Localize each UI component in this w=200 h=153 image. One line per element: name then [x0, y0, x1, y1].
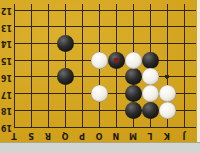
white-stone-K18[interactable] — [159, 102, 176, 119]
go-board[interactable]: 1213141516171819TSRQPONMLKJ — [0, 0, 200, 153]
column-label-L: L — [144, 131, 156, 139]
row-label-18: 18 — [0, 106, 13, 114]
row-label-16: 16 — [0, 73, 13, 81]
row-label-15: 15 — [0, 56, 13, 64]
column-label-O: O — [93, 131, 105, 139]
black-stone-M17[interactable] — [125, 85, 142, 102]
window-edge-bottom — [0, 142, 200, 153]
white-stone-L16[interactable] — [142, 68, 159, 85]
column-label-M: M — [127, 131, 139, 139]
row-label-17: 17 — [0, 90, 13, 98]
go-board-screen: 1213141516171819TSRQPONMLKJ — [0, 0, 200, 153]
last-move-marker — [114, 58, 119, 63]
column-label-P: P — [76, 131, 88, 139]
white-stone-L17[interactable] — [142, 85, 159, 102]
row-label-13: 13 — [0, 23, 13, 31]
white-stone-K17[interactable] — [159, 85, 176, 102]
row-label-12: 12 — [0, 6, 13, 14]
star-point — [165, 75, 169, 79]
white-stone-M15[interactable] — [125, 52, 142, 69]
column-label-T: T — [8, 131, 20, 139]
black-stone-L18[interactable] — [142, 102, 159, 119]
column-label-N: N — [110, 131, 122, 139]
black-stone-Q16[interactable] — [57, 68, 74, 85]
black-stone-Q14[interactable] — [57, 35, 74, 52]
row-label-19: 19 — [0, 123, 13, 131]
white-stone-O15[interactable] — [91, 52, 108, 69]
window-edge-right — [197, 0, 200, 142]
white-stone-O17[interactable] — [91, 85, 108, 102]
board-grid — [0, 0, 200, 142]
black-stone-L15[interactable] — [142, 52, 159, 69]
column-label-S: S — [25, 131, 37, 139]
row-label-14: 14 — [0, 39, 13, 47]
column-label-K: K — [161, 131, 173, 139]
column-label-J: J — [178, 131, 190, 139]
black-stone-M16[interactable] — [125, 68, 142, 85]
column-label-R: R — [42, 131, 54, 139]
black-stone-M18[interactable] — [125, 102, 142, 119]
column-label-Q: Q — [59, 131, 71, 139]
